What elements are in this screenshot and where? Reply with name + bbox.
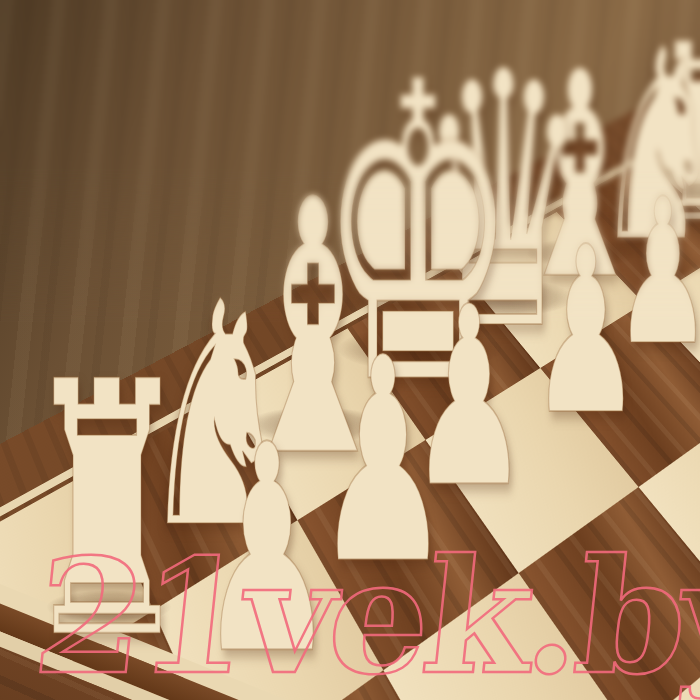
piece-white-pawn-d2: ♟ xyxy=(530,217,641,447)
photo-stage: ♜♞♝♛♟♚♟♝♟♞♟♜♟ 21vek.by xyxy=(0,0,700,700)
piece-white-rook-h1: ♜ xyxy=(22,337,191,687)
pieces-layer: ♜♞♝♛♟♚♟♝♟♞♟♜♟ xyxy=(0,0,700,700)
piece-white-pawn-g2: ♟ xyxy=(198,407,336,693)
